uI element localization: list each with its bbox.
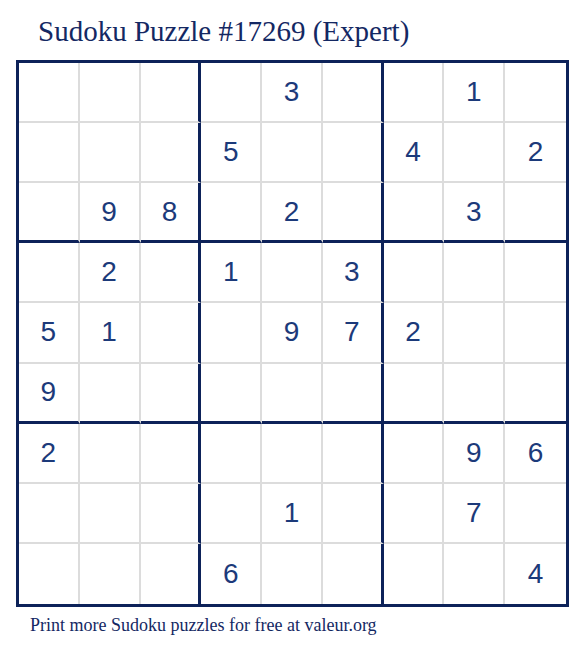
cell-r8c7[interactable] [384, 484, 445, 544]
cell-r2c6[interactable] [323, 123, 384, 183]
cell-r3c7[interactable] [384, 183, 445, 243]
cell-r3c8[interactable]: 3 [444, 183, 505, 243]
given-digit: 8 [162, 196, 178, 228]
cell-r2c3[interactable] [141, 123, 202, 183]
given-digit: 3 [466, 196, 482, 228]
cell-r7c6[interactable] [323, 424, 384, 484]
page-title: Sudoku Puzzle #17269 (Expert) [38, 15, 409, 48]
cell-r2c8[interactable] [444, 123, 505, 183]
cell-r5c1[interactable]: 5 [19, 303, 80, 363]
cell-r4c7[interactable] [384, 243, 445, 303]
cell-r7c3[interactable] [141, 424, 202, 484]
footer-note: Print more Sudoku puzzles for free at va… [30, 615, 377, 636]
cell-r5c9[interactable] [505, 303, 566, 363]
cell-r4c8[interactable] [444, 243, 505, 303]
cell-r9c8[interactable] [444, 544, 505, 604]
cell-r6c6[interactable] [323, 364, 384, 424]
cell-r6c8[interactable] [444, 364, 505, 424]
cell-r5c8[interactable] [444, 303, 505, 363]
cell-r8c1[interactable] [19, 484, 80, 544]
cell-r6c5[interactable] [262, 364, 323, 424]
cell-r4c1[interactable] [19, 243, 80, 303]
cell-r9c2[interactable] [80, 544, 141, 604]
cell-r8c9[interactable] [505, 484, 566, 544]
cell-r1c1[interactable] [19, 63, 80, 123]
cell-r6c9[interactable] [505, 364, 566, 424]
cell-r6c2[interactable] [80, 364, 141, 424]
given-digit: 1 [223, 256, 239, 288]
cell-r4c6[interactable]: 3 [323, 243, 384, 303]
cell-r4c4[interactable]: 1 [201, 243, 262, 303]
cell-r7c7[interactable] [384, 424, 445, 484]
given-digit: 9 [284, 316, 300, 348]
given-digit: 4 [405, 136, 421, 168]
cell-r3c4[interactable] [201, 183, 262, 243]
cell-r9c1[interactable] [19, 544, 80, 604]
cell-r1c3[interactable] [141, 63, 202, 123]
cell-r7c5[interactable] [262, 424, 323, 484]
cell-r7c1[interactable]: 2 [19, 424, 80, 484]
cell-r5c7[interactable]: 2 [384, 303, 445, 363]
given-digit: 3 [344, 256, 360, 288]
cell-r9c6[interactable] [323, 544, 384, 604]
cell-r9c5[interactable] [262, 544, 323, 604]
cell-r2c9[interactable]: 2 [505, 123, 566, 183]
cell-r6c7[interactable] [384, 364, 445, 424]
cell-r9c3[interactable] [141, 544, 202, 604]
cell-r1c4[interactable] [201, 63, 262, 123]
cell-r2c5[interactable] [262, 123, 323, 183]
cell-r6c3[interactable] [141, 364, 202, 424]
given-digit: 2 [101, 256, 117, 288]
cell-r7c2[interactable] [80, 424, 141, 484]
cell-r8c2[interactable] [80, 484, 141, 544]
given-digit: 9 [41, 376, 57, 408]
cell-r3c6[interactable] [323, 183, 384, 243]
cell-r8c3[interactable] [141, 484, 202, 544]
given-digit: 5 [41, 316, 57, 348]
given-digit: 7 [466, 497, 482, 529]
given-digit: 6 [528, 437, 544, 469]
given-digit: 2 [41, 437, 57, 469]
cell-r4c3[interactable] [141, 243, 202, 303]
cell-r3c5[interactable]: 2 [262, 183, 323, 243]
cell-r2c7[interactable]: 4 [384, 123, 445, 183]
cell-r7c8[interactable]: 9 [444, 424, 505, 484]
cell-r4c5[interactable] [262, 243, 323, 303]
sudoku-board: 3154298232135197292961764 [16, 60, 569, 607]
given-digit: 2 [284, 196, 300, 228]
cell-r7c9[interactable]: 6 [505, 424, 566, 484]
cell-r9c4[interactable]: 6 [201, 544, 262, 604]
cell-r8c4[interactable] [201, 484, 262, 544]
cell-r2c1[interactable] [19, 123, 80, 183]
cell-r2c2[interactable] [80, 123, 141, 183]
cell-r5c4[interactable] [201, 303, 262, 363]
cell-r4c9[interactable] [505, 243, 566, 303]
cell-r6c4[interactable] [201, 364, 262, 424]
cell-r3c2[interactable]: 9 [80, 183, 141, 243]
given-digit: 1 [284, 497, 300, 529]
given-digit: 2 [528, 136, 544, 168]
cell-r6c1[interactable]: 9 [19, 364, 80, 424]
given-digit: 5 [223, 136, 239, 168]
cell-r1c7[interactable] [384, 63, 445, 123]
given-digit: 1 [101, 316, 117, 348]
cell-r8c8[interactable]: 7 [444, 484, 505, 544]
cell-r4c2[interactable]: 2 [80, 243, 141, 303]
cell-r3c9[interactable] [505, 183, 566, 243]
cell-r1c6[interactable] [323, 63, 384, 123]
given-digit: 2 [405, 316, 421, 348]
cell-r8c5[interactable]: 1 [262, 484, 323, 544]
given-digit: 4 [528, 558, 544, 590]
sudoku-page: Sudoku Puzzle #17269 (Expert) 3154298232… [0, 0, 580, 651]
given-digit: 3 [284, 76, 300, 108]
cell-r7c4[interactable] [201, 424, 262, 484]
cell-r9c9[interactable]: 4 [505, 544, 566, 604]
given-digit: 9 [101, 196, 117, 228]
given-digit: 1 [466, 76, 482, 108]
cell-r1c2[interactable] [80, 63, 141, 123]
cell-r5c2[interactable]: 1 [80, 303, 141, 363]
cell-r1c8[interactable]: 1 [444, 63, 505, 123]
given-digit: 6 [223, 558, 239, 590]
cell-r5c3[interactable] [141, 303, 202, 363]
given-digit: 7 [344, 316, 360, 348]
cell-r3c3[interactable]: 8 [141, 183, 202, 243]
given-digit: 9 [466, 437, 482, 469]
cell-r5c5[interactable]: 9 [262, 303, 323, 363]
cell-r9c7[interactable] [384, 544, 445, 604]
cell-r8c6[interactable] [323, 484, 384, 544]
cell-r2c4[interactable]: 5 [201, 123, 262, 183]
cell-r3c1[interactable] [19, 183, 80, 243]
cell-r1c9[interactable] [505, 63, 566, 123]
cell-r1c5[interactable]: 3 [262, 63, 323, 123]
cell-r5c6[interactable]: 7 [323, 303, 384, 363]
